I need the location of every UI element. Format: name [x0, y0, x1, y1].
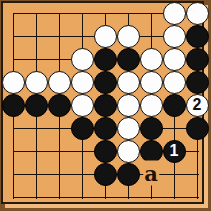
board-point-H9[interactable] — [163, 2, 186, 25]
white-stone — [117, 71, 140, 94]
black-stone — [94, 163, 117, 186]
board-point-A6[interactable] — [2, 71, 25, 94]
board-point-G2[interactable]: a — [140, 163, 163, 186]
board-point-C6[interactable] — [48, 71, 71, 94]
board-point-E4[interactable] — [94, 117, 117, 140]
board-point-F2[interactable] — [117, 163, 140, 186]
board-point-B5[interactable] — [25, 94, 48, 117]
black-stone — [94, 71, 117, 94]
board-point-C5[interactable] — [48, 94, 71, 117]
board-point-C2[interactable] — [48, 163, 71, 186]
board-point-E8[interactable] — [94, 25, 117, 48]
board-point-F4[interactable] — [117, 117, 140, 140]
black-stone — [94, 117, 117, 140]
board-point-E6[interactable] — [94, 71, 117, 94]
board-point-F8[interactable] — [117, 25, 140, 48]
board-point-F7[interactable] — [117, 48, 140, 71]
board-point-B4[interactable] — [25, 117, 48, 140]
board-point-D9[interactable] — [71, 2, 94, 25]
board-point-F3[interactable] — [117, 140, 140, 163]
board-point-A4[interactable] — [2, 117, 25, 140]
white-stone — [140, 48, 163, 71]
board-point-C4[interactable] — [48, 117, 71, 140]
board-point-J8[interactable] — [186, 25, 209, 48]
board-point-G3[interactable] — [140, 140, 163, 163]
board-point-H2[interactable] — [163, 163, 186, 186]
board-point-E5[interactable] — [94, 94, 117, 117]
board-point-B7[interactable] — [25, 48, 48, 71]
board-point-J7[interactable] — [186, 48, 209, 71]
white-stone — [140, 94, 163, 117]
point-label-a: a — [143, 161, 159, 186]
white-stone — [2, 71, 25, 94]
board-point-H8[interactable] — [163, 25, 186, 48]
board-point-H1[interactable] — [163, 186, 186, 209]
white-stone — [117, 117, 140, 140]
board-point-F5[interactable] — [117, 94, 140, 117]
board-point-J5[interactable]: 2 — [186, 94, 209, 117]
white-stone — [140, 71, 163, 94]
black-stone — [48, 94, 71, 117]
white-stone — [117, 25, 140, 48]
board-point-D1[interactable] — [71, 186, 94, 209]
move-number-1: 1 — [170, 143, 179, 159]
board-point-A5[interactable] — [2, 94, 25, 117]
black-stone — [186, 71, 209, 94]
black-stone — [94, 140, 117, 163]
board-point-B2[interactable] — [25, 163, 48, 186]
board-point-A9[interactable] — [2, 2, 25, 25]
board-point-H6[interactable] — [163, 71, 186, 94]
board-point-H3[interactable]: 1 — [163, 140, 186, 163]
white-stone — [94, 25, 117, 48]
white-stone — [71, 94, 94, 117]
board-point-J4[interactable] — [186, 117, 209, 140]
board-point-F9[interactable] — [117, 2, 140, 25]
go-problem-diagram: 21a — [0, 0, 211, 211]
black-stone — [140, 140, 163, 163]
board-point-G1[interactable] — [140, 186, 163, 209]
board-point-G5[interactable] — [140, 94, 163, 117]
black-stone — [94, 94, 117, 117]
board-point-B1[interactable] — [25, 186, 48, 209]
board-point-J1[interactable] — [186, 186, 209, 209]
board-point-D8[interactable] — [71, 25, 94, 48]
board-point-G8[interactable] — [140, 25, 163, 48]
go-board-grid: 21a — [2, 2, 209, 209]
board-point-A3[interactable] — [2, 140, 25, 163]
board-point-F1[interactable] — [117, 186, 140, 209]
board-point-C1[interactable] — [48, 186, 71, 209]
board-point-G9[interactable] — [140, 2, 163, 25]
board-point-E2[interactable] — [94, 163, 117, 186]
white-stone — [163, 2, 186, 25]
board-point-C3[interactable] — [48, 140, 71, 163]
board-point-D6[interactable] — [71, 71, 94, 94]
black-stone — [186, 48, 209, 71]
board-point-D4[interactable] — [71, 117, 94, 140]
white-stone — [25, 71, 48, 94]
board-point-J6[interactable] — [186, 71, 209, 94]
board-point-E9[interactable] — [94, 2, 117, 25]
board-point-E1[interactable] — [94, 186, 117, 209]
board-point-D2[interactable] — [71, 163, 94, 186]
board-point-C7[interactable] — [48, 48, 71, 71]
board-point-G7[interactable] — [140, 48, 163, 71]
move-number-2: 2 — [193, 97, 202, 113]
black-stone — [140, 117, 163, 140]
white-stone — [163, 71, 186, 94]
black-stone — [25, 94, 48, 117]
board-point-C9[interactable] — [48, 2, 71, 25]
board-point-B8[interactable] — [25, 25, 48, 48]
board-point-B6[interactable] — [25, 71, 48, 94]
black-stone — [117, 48, 140, 71]
white-stone — [71, 48, 94, 71]
board-point-J9[interactable] — [186, 2, 209, 25]
board-point-D7[interactable] — [71, 48, 94, 71]
board-point-H4[interactable] — [163, 117, 186, 140]
black-stone — [163, 94, 186, 117]
black-stone — [117, 163, 140, 186]
board-point-G6[interactable] — [140, 71, 163, 94]
black-stone: 1 — [163, 140, 186, 163]
white-stone — [186, 2, 209, 25]
board-point-H5[interactable] — [163, 94, 186, 117]
board-point-A1[interactable] — [2, 186, 25, 209]
board-point-D5[interactable] — [71, 94, 94, 117]
black-stone — [71, 117, 94, 140]
board-point-B3[interactable] — [25, 140, 48, 163]
black-stone — [94, 48, 117, 71]
board-point-D3[interactable] — [71, 140, 94, 163]
black-stone — [186, 25, 209, 48]
white-stone — [117, 94, 140, 117]
board-point-A2[interactable] — [2, 163, 25, 186]
board-point-B9[interactable] — [25, 2, 48, 25]
board-point-A8[interactable] — [2, 25, 25, 48]
board-point-J3[interactable] — [186, 140, 209, 163]
white-stone — [71, 71, 94, 94]
board-point-C8[interactable] — [48, 25, 71, 48]
white-stone — [163, 25, 186, 48]
board-point-G4[interactable] — [140, 117, 163, 140]
board-point-F6[interactable] — [117, 71, 140, 94]
white-stone — [117, 140, 140, 163]
board-point-H7[interactable] — [163, 48, 186, 71]
white-stone: 2 — [186, 94, 209, 117]
board-point-E7[interactable] — [94, 48, 117, 71]
white-stone — [163, 48, 186, 71]
board-point-A7[interactable] — [2, 48, 25, 71]
board-point-E3[interactable] — [94, 140, 117, 163]
black-stone — [2, 94, 25, 117]
white-stone — [48, 71, 71, 94]
black-stone — [186, 117, 209, 140]
board-point-J2[interactable] — [186, 163, 209, 186]
